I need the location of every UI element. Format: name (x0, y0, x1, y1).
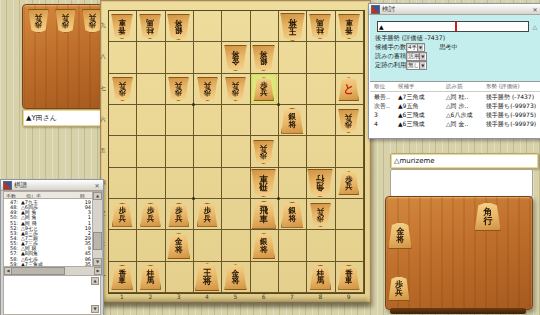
file-label: 6 (250, 293, 278, 300)
chevron-down-icon: ▼ (417, 44, 423, 51)
file-label: 9 (335, 293, 363, 300)
analysis-window-icon (371, 5, 380, 14)
shogi-piece-角行-gote[interactable]: 角行 (474, 202, 501, 231)
analysis-close-icon[interactable]: ✕ (531, 6, 539, 13)
hoshi-dot (192, 197, 195, 200)
rank-label: 七 (99, 85, 107, 92)
analysis-setting-row: 候補手の数4手▼思考中 (375, 43, 458, 52)
kifu-vscroll-thumb[interactable] (93, 232, 102, 250)
kifu-titlebar[interactable]: 棋譜 ✕ (1, 180, 103, 191)
chevron-down-icon: ▼ (419, 53, 425, 60)
col-candidate: 候補手 (398, 83, 415, 90)
sente-piece-stand: 歩兵歩兵歩兵 (22, 4, 103, 109)
shogi-piece-歩兵-sente[interactable]: 歩兵 (28, 9, 49, 33)
rank-label: 九 (99, 22, 107, 29)
shogi-piece-金将-gote[interactable]: 金将 (388, 222, 412, 249)
candidate-table: 順位 候補手 読み筋 形勢 (評価値) 最善..▲7三角成△同 桂..後手勝勢 … (370, 81, 540, 138)
col-eval: 形勢 (評価値) (486, 83, 520, 90)
shogi-piece-歩兵-sente[interactable]: 歩兵 (55, 9, 76, 33)
kifu-hscroll-thumb[interactable] (11, 267, 65, 275)
analysis-setting-row: 読みの蓄積活用▼ (375, 52, 441, 61)
sente-name: ▲Y田さん (26, 113, 57, 123)
kifu-window-icon (3, 181, 12, 190)
kifu-scroll-down-icon[interactable]: ▼ (93, 258, 102, 266)
setting-dropdown[interactable]: 無し▼ (406, 61, 427, 70)
analysis-window-title: 検討 (382, 5, 395, 14)
file-label: 7 (278, 293, 306, 300)
candidate-row[interactable]: 最善..▲7三角成△同 桂..後手勝勢 (-7437) (370, 93, 540, 102)
shogi-piece-歩兵-gote[interactable]: 歩兵 (388, 276, 410, 301)
candidate-row[interactable]: 4▲6三飛成△同 金..後手勝ち(-99979) (370, 120, 540, 129)
rank-label: 八 (99, 53, 107, 60)
kifu-close-icon[interactable]: ✕ (93, 182, 101, 189)
evaluation-text: 後手勝勢 (評価値 -7437) (375, 34, 445, 43)
gote-piece-stand: 角行金将歩兵 (385, 196, 533, 310)
gote-name-plate: △murizeme (390, 153, 539, 169)
analysis-settings-area: ▲ △ 後手勝勢 (評価値 -7437) 候補手の数4手▼思考中読みの蓄積活用▼… (370, 15, 540, 81)
col-pv: 読み筋 (446, 83, 463, 90)
gote-name: △murizeme (394, 157, 435, 165)
comment-scroll-down-icon[interactable]: ▼ (91, 305, 99, 313)
rank-label: 六 (99, 116, 107, 123)
analysis-setting-row: 定跡の利用無し▼ (375, 61, 427, 70)
hoshi-dot (192, 103, 195, 106)
setting-dropdown[interactable]: 活用▼ (406, 52, 427, 61)
evaluation-bar: ▲ △ (377, 21, 529, 32)
kifu-window: 棋譜 ✕ 手数 指し手 時 47:▲7九玉1948:△6四歩9449:▲同 角3… (0, 179, 104, 315)
kifu-move-list[interactable]: 47:▲7九玉1948:△6四歩9449:▲同 角350:△同 角151:▲同 … (3, 198, 94, 267)
sente-name-plate: ▲Y田さん (22, 109, 103, 127)
file-label: 3 (165, 293, 193, 300)
candidate-table-header: 順位 候補手 読み筋 形勢 (評価値) (370, 82, 540, 92)
kifu-scroll-up-icon[interactable]: ▲ (93, 192, 102, 200)
hoshi-dot (277, 197, 280, 200)
candidate-row[interactable]: 次善..▲9五角△同 歩..後手勝ち(-99973) (370, 102, 540, 111)
kifu-window-title: 棋譜 (14, 181, 27, 190)
analysis-titlebar[interactable]: 検討 ✕ (369, 4, 540, 15)
file-label: 2 (136, 293, 164, 300)
setting-dropdown[interactable]: 4手▼ (406, 43, 425, 52)
evaluation-tick (455, 22, 457, 31)
gote-stand-base (390, 308, 526, 314)
kifu-vscrollbar[interactable]: ▲ ▼ (92, 191, 103, 267)
sente-mark-icon: ▲ (379, 23, 384, 30)
chevron-down-icon: ▼ (419, 62, 425, 69)
kifu-comment-box[interactable]: ▲ ▼ (3, 275, 101, 315)
file-label: 1 (108, 293, 136, 300)
comment-scroll-up-icon[interactable]: ▲ (91, 277, 99, 285)
gote-comment-box[interactable] (390, 169, 533, 197)
shogi-analysis-app: { "game": "shogi", "position": { "sfen":… (0, 0, 540, 315)
file-label: 8 (306, 293, 334, 300)
kifu-scroll-right-icon[interactable]: ▶ (94, 267, 102, 275)
board-shadow (104, 299, 369, 307)
hoshi-dot (277, 103, 280, 106)
file-label: 5 (221, 293, 249, 300)
candidate-row[interactable]: 3▲6三飛成△6八歩成後手勝ち(-99975) (370, 111, 540, 120)
analysis-window: 検討 ✕ ▲ △ 後手勝勢 (評価値 -7437) 候補手の数4手▼思考中読みの… (368, 3, 540, 139)
rank-label: 五 (99, 147, 107, 154)
col-rank: 順位 (374, 83, 385, 90)
gote-mark-icon: △ (532, 23, 537, 30)
file-label: 4 (193, 293, 221, 300)
